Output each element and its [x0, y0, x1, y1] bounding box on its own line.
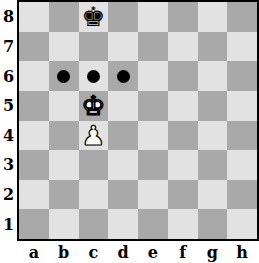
square-c6[interactable] — [79, 61, 109, 91]
square-h5[interactable] — [227, 91, 257, 121]
square-h7[interactable] — [227, 32, 257, 62]
square-h8[interactable] — [227, 2, 257, 32]
chess-diagram: 87654321 ♚♚♟ abcdefgh — [0, 0, 259, 263]
square-f3[interactable] — [168, 150, 198, 180]
dot-marker-c6 — [87, 70, 100, 83]
square-b4[interactable] — [49, 121, 79, 151]
square-h1[interactable] — [227, 209, 257, 239]
file-label-d: d — [108, 241, 138, 263]
rank-label-1: 1 — [0, 209, 17, 239]
square-d4[interactable] — [108, 121, 138, 151]
square-d5[interactable] — [108, 91, 138, 121]
square-c4[interactable]: ♟ — [79, 121, 109, 151]
square-b5[interactable] — [49, 91, 79, 121]
file-label-h: h — [227, 241, 257, 263]
rank-label-6: 6 — [0, 61, 17, 91]
square-a7[interactable] — [19, 32, 49, 62]
dot-marker-d6 — [117, 70, 130, 83]
square-f6[interactable] — [168, 61, 198, 91]
square-e2[interactable] — [138, 180, 168, 210]
rank-label-4: 4 — [0, 121, 17, 151]
file-label-b: b — [49, 241, 79, 263]
white-king: ♚ — [81, 92, 105, 119]
square-b8[interactable] — [49, 2, 79, 32]
square-f2[interactable] — [168, 180, 198, 210]
square-c7[interactable] — [79, 32, 109, 62]
square-h6[interactable] — [227, 61, 257, 91]
square-f7[interactable] — [168, 32, 198, 62]
square-b2[interactable] — [49, 180, 79, 210]
square-e5[interactable] — [138, 91, 168, 121]
square-d8[interactable] — [108, 2, 138, 32]
square-h3[interactable] — [227, 150, 257, 180]
square-e6[interactable] — [138, 61, 168, 91]
chess-board: ♚♚♟ — [17, 0, 259, 241]
file-label-g: g — [198, 241, 228, 263]
square-f8[interactable] — [168, 2, 198, 32]
square-g8[interactable] — [198, 2, 228, 32]
square-a2[interactable] — [19, 180, 49, 210]
rank-label-2: 2 — [0, 180, 17, 210]
square-a5[interactable] — [19, 91, 49, 121]
square-f4[interactable] — [168, 121, 198, 151]
square-g2[interactable] — [198, 180, 228, 210]
square-e4[interactable] — [138, 121, 168, 151]
square-d2[interactable] — [108, 180, 138, 210]
square-a4[interactable] — [19, 121, 49, 151]
square-a6[interactable] — [19, 61, 49, 91]
white-pawn: ♟ — [81, 122, 105, 149]
corner-spacer — [0, 241, 17, 263]
square-c1[interactable] — [79, 209, 109, 239]
square-c5[interactable]: ♚ — [79, 91, 109, 121]
square-g1[interactable] — [198, 209, 228, 239]
square-e3[interactable] — [138, 150, 168, 180]
square-b6[interactable] — [49, 61, 79, 91]
black-king: ♚ — [81, 3, 105, 30]
square-d1[interactable] — [108, 209, 138, 239]
dot-marker-b6 — [57, 70, 70, 83]
square-f5[interactable] — [168, 91, 198, 121]
square-g4[interactable] — [198, 121, 228, 151]
square-g6[interactable] — [198, 61, 228, 91]
square-e1[interactable] — [138, 209, 168, 239]
rank-labels: 87654321 — [0, 0, 17, 241]
file-label-e: e — [138, 241, 168, 263]
square-d6[interactable] — [108, 61, 138, 91]
square-c2[interactable] — [79, 180, 109, 210]
square-b1[interactable] — [49, 209, 79, 239]
file-label-f: f — [168, 241, 198, 263]
square-d7[interactable] — [108, 32, 138, 62]
square-h2[interactable] — [227, 180, 257, 210]
square-e7[interactable] — [138, 32, 168, 62]
square-c8[interactable]: ♚ — [79, 2, 109, 32]
square-b7[interactable] — [49, 32, 79, 62]
rank-label-3: 3 — [0, 150, 17, 180]
square-g7[interactable] — [198, 32, 228, 62]
square-c3[interactable] — [79, 150, 109, 180]
square-e8[interactable] — [138, 2, 168, 32]
square-f1[interactable] — [168, 209, 198, 239]
square-a3[interactable] — [19, 150, 49, 180]
square-h4[interactable] — [227, 121, 257, 151]
file-label-c: c — [79, 241, 109, 263]
square-a1[interactable] — [19, 209, 49, 239]
square-g5[interactable] — [198, 91, 228, 121]
square-g3[interactable] — [198, 150, 228, 180]
rank-label-7: 7 — [0, 32, 17, 62]
square-d3[interactable] — [108, 150, 138, 180]
square-a8[interactable] — [19, 2, 49, 32]
square-b3[interactable] — [49, 150, 79, 180]
file-label-a: a — [19, 241, 49, 263]
rank-label-8: 8 — [0, 2, 17, 32]
file-labels: abcdefgh — [17, 241, 259, 263]
rank-label-5: 5 — [0, 91, 17, 121]
